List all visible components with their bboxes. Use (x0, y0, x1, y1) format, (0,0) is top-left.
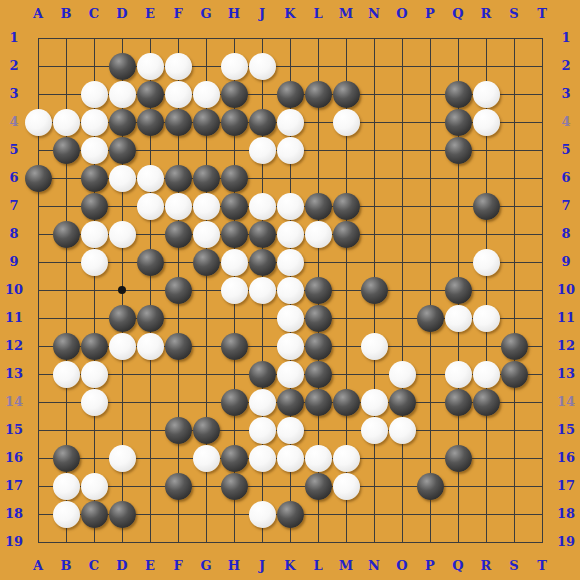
stone-white-B18[interactable] (53, 501, 80, 528)
stone-black-L7[interactable] (305, 193, 332, 220)
row-label-right-18: 18 (552, 500, 580, 528)
stone-black-L12[interactable] (305, 333, 332, 360)
stone-white-J14[interactable] (249, 389, 276, 416)
row-label-right-7: 7 (552, 192, 580, 220)
stone-black-J13[interactable] (249, 361, 276, 388)
stone-white-R11[interactable] (473, 305, 500, 332)
stone-white-J15[interactable] (249, 417, 276, 444)
stone-white-D12[interactable] (109, 333, 136, 360)
stone-black-H7[interactable] (221, 193, 248, 220)
stone-white-F2[interactable] (165, 53, 192, 80)
stone-white-K8[interactable] (277, 221, 304, 248)
row-label-right-8: 8 (552, 220, 580, 248)
row-label-right-5: 5 (552, 136, 580, 164)
stone-white-R4[interactable] (473, 109, 500, 136)
stone-black-L10[interactable] (305, 277, 332, 304)
stone-white-A4[interactable] (25, 109, 52, 136)
stone-white-J7[interactable] (249, 193, 276, 220)
stone-white-C5[interactable] (81, 137, 108, 164)
stone-black-P17[interactable] (417, 473, 444, 500)
col-label-bottom-M: M (332, 552, 360, 580)
stone-white-J16[interactable] (249, 445, 276, 472)
stone-black-E11[interactable] (137, 305, 164, 332)
stone-black-D18[interactable] (109, 501, 136, 528)
stone-white-K4[interactable] (277, 109, 304, 136)
stone-black-H14[interactable] (221, 389, 248, 416)
stone-white-K13[interactable] (277, 361, 304, 388)
stone-black-C6[interactable] (81, 165, 108, 192)
stone-black-K3[interactable] (277, 81, 304, 108)
stone-white-Q13[interactable] (445, 361, 472, 388)
stone-white-R3[interactable] (473, 81, 500, 108)
row-label-right-3: 3 (552, 80, 580, 108)
stone-black-R7[interactable] (473, 193, 500, 220)
stone-black-J4[interactable] (249, 109, 276, 136)
stone-white-J10[interactable] (249, 277, 276, 304)
col-label-bottom-Q: Q (444, 552, 472, 580)
stone-white-O15[interactable] (389, 417, 416, 444)
stone-black-G4[interactable] (193, 109, 220, 136)
row-label-right-10: 10 (552, 276, 580, 304)
stone-black-J8[interactable] (249, 221, 276, 248)
stone-black-G15[interactable] (193, 417, 220, 444)
col-label-bottom-K: K (276, 552, 304, 580)
col-label-bottom-O: O (388, 552, 416, 580)
stone-black-D2[interactable] (109, 53, 136, 80)
stone-black-K18[interactable] (277, 501, 304, 528)
stone-black-B16[interactable] (53, 445, 80, 472)
stone-black-F4[interactable] (165, 109, 192, 136)
stone-white-B4[interactable] (53, 109, 80, 136)
stone-black-H17[interactable] (221, 473, 248, 500)
col-label-bottom-L: L (304, 552, 332, 580)
stone-black-H6[interactable] (221, 165, 248, 192)
col-label-bottom-E: E (136, 552, 164, 580)
stone-white-F7[interactable] (165, 193, 192, 220)
stone-white-O13[interactable] (389, 361, 416, 388)
stone-white-L16[interactable] (305, 445, 332, 472)
stone-black-C7[interactable] (81, 193, 108, 220)
stone-black-M3[interactable] (333, 81, 360, 108)
stone-white-C8[interactable] (81, 221, 108, 248)
stone-black-Q10[interactable] (445, 277, 472, 304)
col-label-bottom-S: S (500, 552, 528, 580)
stone-white-K9[interactable] (277, 249, 304, 276)
stone-black-F17[interactable] (165, 473, 192, 500)
stone-black-M14[interactable] (333, 389, 360, 416)
stone-black-E4[interactable] (137, 109, 164, 136)
stone-black-L14[interactable] (305, 389, 332, 416)
col-label-bottom-H: H (220, 552, 248, 580)
col-label-bottom-R: R (472, 552, 500, 580)
stone-black-G6[interactable] (193, 165, 220, 192)
go-board[interactable]: AABBCCDDEEFFGGHHJJKKLLMMNNOOPPQQRRSSTT11… (0, 0, 580, 580)
stone-white-E12[interactable] (137, 333, 164, 360)
stone-white-G7[interactable] (193, 193, 220, 220)
stone-white-H9[interactable] (221, 249, 248, 276)
stone-white-J2[interactable] (249, 53, 276, 80)
stone-white-R9[interactable] (473, 249, 500, 276)
stone-black-H16[interactable] (221, 445, 248, 472)
stone-white-N15[interactable] (361, 417, 388, 444)
stone-white-M16[interactable] (333, 445, 360, 472)
col-label-bottom-D: D (108, 552, 136, 580)
stone-white-E7[interactable] (137, 193, 164, 220)
row-label-right-12: 12 (552, 332, 580, 360)
stone-white-B17[interactable] (53, 473, 80, 500)
stone-white-G16[interactable] (193, 445, 220, 472)
stone-black-Q14[interactable] (445, 389, 472, 416)
stone-black-J9[interactable] (249, 249, 276, 276)
stone-black-F15[interactable] (165, 417, 192, 444)
row-label-right-9: 9 (552, 248, 580, 276)
row-label-right-14: 14 (552, 388, 580, 416)
row-label-right-13: 13 (552, 360, 580, 388)
stone-black-R14[interactable] (473, 389, 500, 416)
stone-white-J5[interactable] (249, 137, 276, 164)
stone-black-E9[interactable] (137, 249, 164, 276)
stone-black-Q16[interactable] (445, 445, 472, 472)
stone-white-C17[interactable] (81, 473, 108, 500)
stone-black-D5[interactable] (109, 137, 136, 164)
stone-white-C3[interactable] (81, 81, 108, 108)
col-label-bottom-T: T (528, 552, 556, 580)
stone-white-N14[interactable] (361, 389, 388, 416)
stone-white-E6[interactable] (137, 165, 164, 192)
stone-black-F10[interactable] (165, 277, 192, 304)
stone-white-K15[interactable] (277, 417, 304, 444)
stone-white-C4[interactable] (81, 109, 108, 136)
stone-black-E3[interactable] (137, 81, 164, 108)
stone-black-Q5[interactable] (445, 137, 472, 164)
stone-black-H12[interactable] (221, 333, 248, 360)
stone-white-H10[interactable] (221, 277, 248, 304)
stone-white-M4[interactable] (333, 109, 360, 136)
stone-black-H3[interactable] (221, 81, 248, 108)
col-label-bottom-P: P (416, 552, 444, 580)
col-label-bottom-N: N (360, 552, 388, 580)
stone-black-Q3[interactable] (445, 81, 472, 108)
stone-black-G9[interactable] (193, 249, 220, 276)
stone-white-R13[interactable] (473, 361, 500, 388)
col-label-bottom-F: F (164, 552, 192, 580)
col-label-bottom-G: G (192, 552, 220, 580)
stone-black-N10[interactable] (361, 277, 388, 304)
stone-black-D4[interactable] (109, 109, 136, 136)
row-label-right-6: 6 (552, 164, 580, 192)
stone-black-Q4[interactable] (445, 109, 472, 136)
stones-layer (24, 24, 556, 556)
row-label-right-2: 2 (552, 52, 580, 80)
stone-black-H4[interactable] (221, 109, 248, 136)
stone-white-K11[interactable] (277, 305, 304, 332)
stone-black-C12[interactable] (81, 333, 108, 360)
stone-black-S12[interactable] (501, 333, 528, 360)
row-label-right-16: 16 (552, 444, 580, 472)
stone-white-G8[interactable] (193, 221, 220, 248)
row-label-right-4: 4 (552, 108, 580, 136)
stone-white-L8[interactable] (305, 221, 332, 248)
stone-black-L11[interactable] (305, 305, 332, 332)
stone-white-G3[interactable] (193, 81, 220, 108)
stone-white-J18[interactable] (249, 501, 276, 528)
stone-white-F3[interactable] (165, 81, 192, 108)
col-label-bottom-J: J (248, 552, 276, 580)
row-label-right-15: 15 (552, 416, 580, 444)
stone-white-D6[interactable] (109, 165, 136, 192)
stone-black-F6[interactable] (165, 165, 192, 192)
stone-white-H2[interactable] (221, 53, 248, 80)
stone-black-L17[interactable] (305, 473, 332, 500)
row-label-right-17: 17 (552, 472, 580, 500)
stone-black-K14[interactable] (277, 389, 304, 416)
stone-black-C18[interactable] (81, 501, 108, 528)
stone-black-O14[interactable] (389, 389, 416, 416)
stone-black-L3[interactable] (305, 81, 332, 108)
stone-white-D3[interactable] (109, 81, 136, 108)
stone-black-M8[interactable] (333, 221, 360, 248)
stone-black-M7[interactable] (333, 193, 360, 220)
stone-white-E2[interactable] (137, 53, 164, 80)
stone-black-B8[interactable] (53, 221, 80, 248)
stone-black-F12[interactable] (165, 333, 192, 360)
stone-white-M17[interactable] (333, 473, 360, 500)
stone-white-C9[interactable] (81, 249, 108, 276)
stone-white-C14[interactable] (81, 389, 108, 416)
stone-black-A6[interactable] (25, 165, 52, 192)
col-label-bottom-C: C (80, 552, 108, 580)
stone-white-B13[interactable] (53, 361, 80, 388)
stone-white-K7[interactable] (277, 193, 304, 220)
stone-white-K5[interactable] (277, 137, 304, 164)
stone-black-B12[interactable] (53, 333, 80, 360)
stone-black-S13[interactable] (501, 361, 528, 388)
col-label-bottom-A: A (24, 552, 52, 580)
stone-white-K16[interactable] (277, 445, 304, 472)
stone-white-Q11[interactable] (445, 305, 472, 332)
stone-white-C13[interactable] (81, 361, 108, 388)
stone-white-D16[interactable] (109, 445, 136, 472)
stone-black-B5[interactable] (53, 137, 80, 164)
row-label-right-1: 1 (552, 24, 580, 52)
row-label-right-19: 19 (552, 528, 580, 556)
stone-black-D11[interactable] (109, 305, 136, 332)
col-label-bottom-B: B (52, 552, 80, 580)
row-label-right-11: 11 (552, 304, 580, 332)
stone-black-F8[interactable] (165, 221, 192, 248)
stone-white-N12[interactable] (361, 333, 388, 360)
stone-white-K12[interactable] (277, 333, 304, 360)
stone-black-P11[interactable] (417, 305, 444, 332)
stone-black-H8[interactable] (221, 221, 248, 248)
stone-black-L13[interactable] (305, 361, 332, 388)
stone-white-K10[interactable] (277, 277, 304, 304)
stone-white-D8[interactable] (109, 221, 136, 248)
